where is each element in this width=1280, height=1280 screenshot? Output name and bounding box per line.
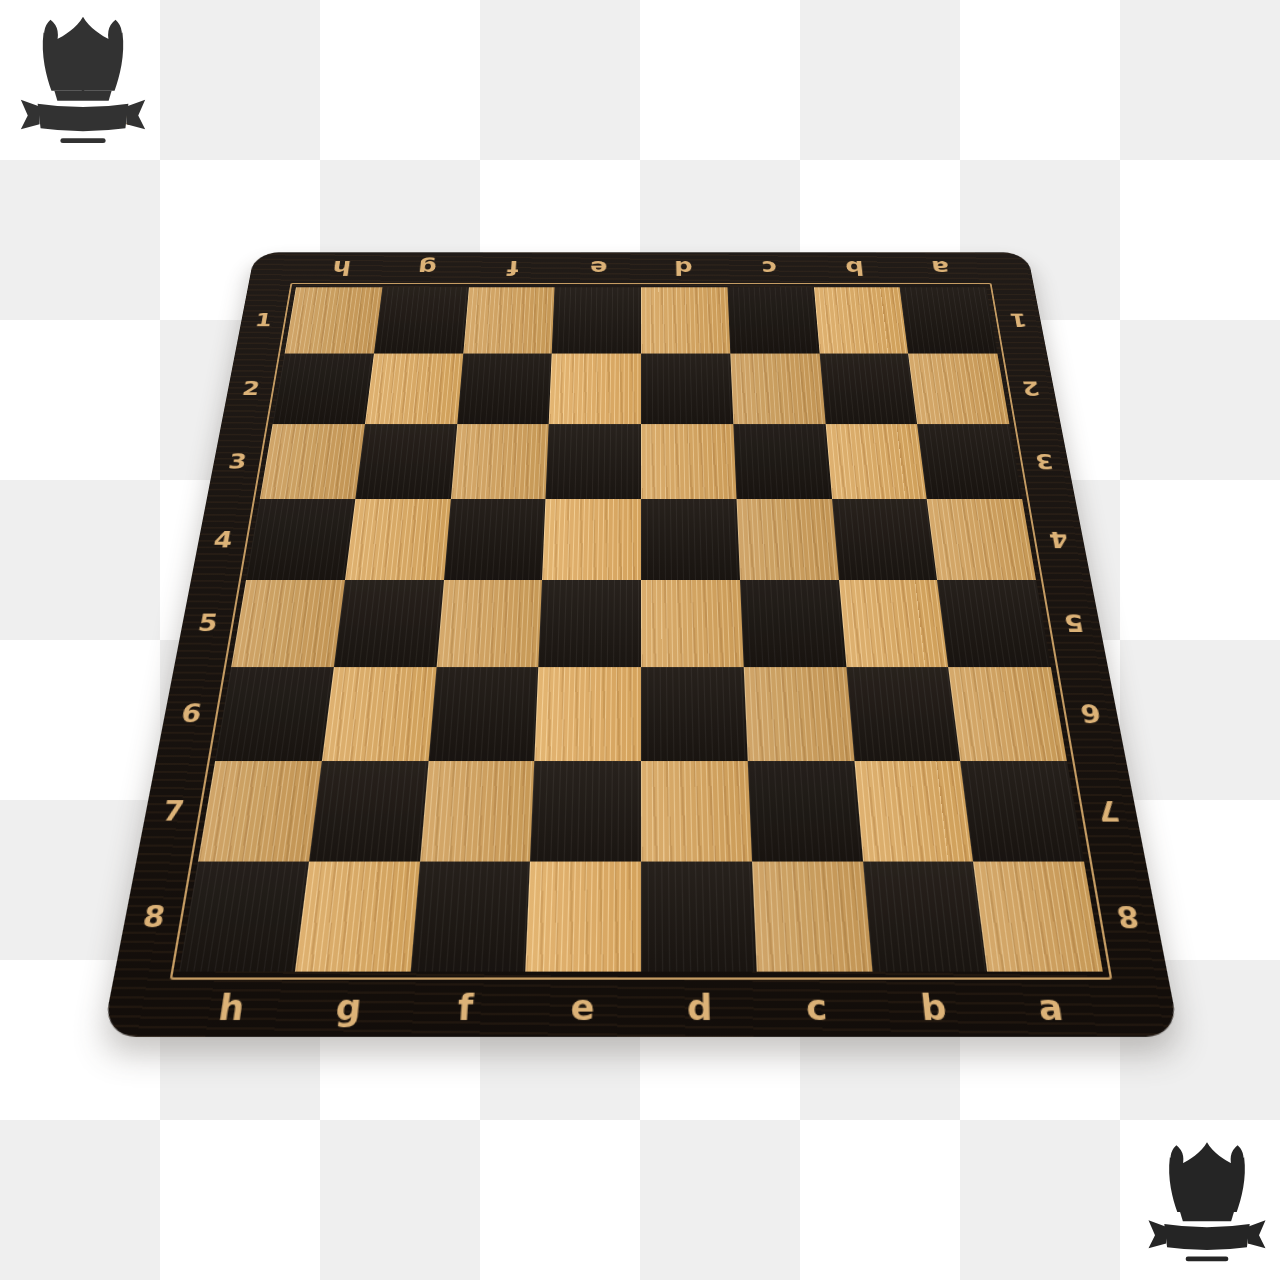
square-h6 (215, 667, 333, 761)
square-a2 (908, 353, 1009, 423)
coord-rank-left-2: 2 (241, 378, 262, 397)
board-frame-line (170, 283, 1113, 980)
square-b3 (825, 424, 927, 499)
square-d7 (641, 761, 752, 862)
square-g7 (309, 761, 428, 862)
coord-rank-right-3: 3 (1033, 451, 1055, 472)
square-d8 (641, 862, 756, 972)
coord-rank-right-5: 5 (1062, 611, 1086, 635)
coord-file-near-b: b (919, 990, 948, 1026)
coord-file-near-h: h (216, 990, 247, 1026)
square-e5 (539, 580, 641, 667)
square-h5 (231, 580, 345, 667)
square-e4 (542, 499, 641, 580)
square-g1 (374, 287, 469, 353)
square-a5 (937, 580, 1051, 667)
square-f5 (436, 580, 542, 667)
square-e2 (549, 353, 641, 423)
square-h4 (246, 499, 355, 580)
coord-rank-left-4: 4 (212, 528, 235, 550)
coord-file-far-f: f (507, 258, 520, 277)
square-b2 (819, 353, 917, 423)
square-d6 (641, 667, 747, 761)
coord-file-far-d: d (674, 258, 693, 277)
square-d1 (641, 287, 730, 353)
square-a4 (927, 499, 1036, 580)
chess-brand-watermark-top-left (10, 4, 156, 150)
square-f3 (450, 424, 549, 499)
coord-rank-left-6: 6 (179, 700, 204, 726)
square-e7 (530, 761, 641, 862)
coord-file-near-e: e (570, 990, 595, 1026)
coord-rank-left-8: 8 (141, 901, 168, 931)
square-h8 (179, 862, 309, 972)
coord-file-far-a: a (930, 258, 950, 277)
coord-file-far-e: e (589, 258, 607, 277)
coord-file-near-f: f (457, 990, 475, 1026)
square-g8 (295, 862, 420, 972)
square-a8 (973, 862, 1103, 972)
square-e6 (535, 667, 641, 761)
square-h3 (260, 424, 365, 499)
square-a7 (960, 761, 1084, 862)
square-f2 (457, 353, 552, 423)
coord-rank-right-6: 6 (1078, 700, 1103, 726)
square-a3 (917, 424, 1022, 499)
chess-board: hh11gg22ff33ee44dd55cc66bb77aa88 (102, 252, 1180, 1037)
square-h2 (273, 353, 374, 423)
square-a6 (948, 667, 1066, 761)
coord-file-far-h: h (331, 258, 352, 277)
coord-file-far-b: b (844, 258, 865, 277)
coord-rank-right-1: 1 (1008, 311, 1028, 329)
square-f8 (410, 862, 530, 972)
square-d2 (641, 353, 733, 423)
coord-rank-left-7: 7 (161, 796, 187, 824)
square-g2 (365, 353, 463, 423)
coord-rank-left-5: 5 (196, 611, 220, 635)
square-h1 (285, 287, 383, 353)
square-g4 (345, 499, 451, 580)
square-d4 (641, 499, 740, 580)
coord-file-far-c: c (761, 258, 778, 277)
board-perspective-wrapper: hh11gg22ff33ee44dd55cc66bb77aa88 (191, 130, 1091, 1030)
coord-rank-left-1: 1 (254, 311, 274, 329)
square-b1 (814, 287, 909, 353)
square-c1 (727, 287, 819, 353)
square-b8 (863, 862, 988, 972)
coord-file-near-c: c (805, 990, 828, 1026)
square-b7 (854, 761, 973, 862)
square-c7 (747, 761, 862, 862)
coord-rank-right-7: 7 (1095, 796, 1121, 824)
square-g5 (334, 580, 444, 667)
square-c2 (730, 353, 825, 423)
square-e1 (552, 287, 641, 353)
square-h7 (198, 761, 322, 862)
square-f4 (444, 499, 546, 580)
square-d5 (641, 580, 743, 667)
square-g3 (355, 424, 457, 499)
square-c5 (740, 580, 846, 667)
square-b6 (846, 667, 960, 761)
coord-rank-right-4: 4 (1047, 528, 1070, 550)
square-g6 (322, 667, 436, 761)
coord-rank-right-2: 2 (1020, 378, 1041, 397)
square-e8 (526, 862, 641, 972)
square-a1 (900, 287, 998, 353)
square-b5 (839, 580, 949, 667)
square-d3 (641, 424, 736, 499)
chess-brand-watermark-bottom-right (1142, 1126, 1272, 1272)
square-c8 (752, 862, 872, 972)
square-b4 (832, 499, 938, 580)
coord-file-near-a: a (1036, 990, 1065, 1026)
square-f7 (419, 761, 534, 862)
square-f1 (463, 287, 555, 353)
square-c6 (743, 667, 853, 761)
square-f6 (428, 667, 538, 761)
coord-file-near-d: d (686, 990, 712, 1026)
square-c3 (733, 424, 832, 499)
coord-rank-right-8: 8 (1114, 901, 1141, 931)
squares-grid (179, 287, 1103, 971)
square-c4 (736, 499, 838, 580)
coord-file-far-g: g (417, 258, 438, 277)
square-e3 (546, 424, 641, 499)
coord-rank-left-3: 3 (227, 451, 249, 472)
coord-file-near-g: g (334, 990, 363, 1026)
